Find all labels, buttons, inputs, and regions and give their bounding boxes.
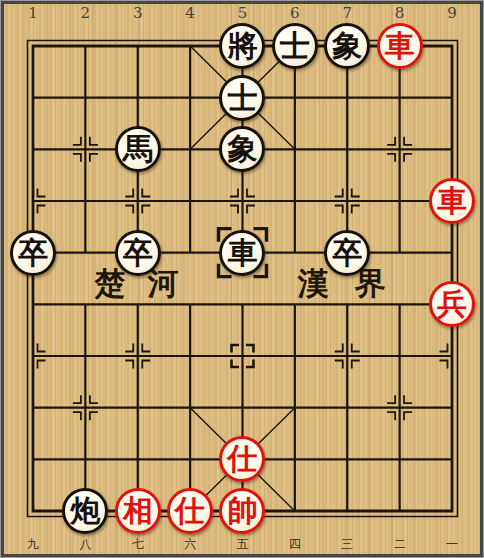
piece-red-elephant[interactable]: 相 — [115, 488, 161, 534]
piece-red-advisor[interactable]: 仕 — [167, 488, 213, 534]
piece-red-advisor[interactable]: 仕 — [219, 436, 265, 482]
file-label-bottom-6: 四 — [269, 536, 321, 553]
file-label-bottom-1: 九 — [7, 536, 59, 553]
piece-black-soldier[interactable]: 卒 — [324, 230, 370, 276]
piece-glyph: 士 — [227, 83, 257, 113]
piece-black-advisor[interactable]: 士 — [272, 23, 318, 69]
piece-glyph: 仕 — [175, 496, 205, 526]
piece-glyph: 將 — [227, 31, 257, 61]
file-label-bottom-7: 三 — [321, 536, 373, 553]
piece-glyph: 卒 — [123, 238, 153, 268]
piece-black-general[interactable]: 將 — [219, 23, 265, 69]
file-label-bottom-5: 五 — [217, 536, 269, 553]
piece-black-soldier[interactable]: 卒 — [10, 230, 56, 276]
piece-glyph: 兵 — [437, 289, 467, 319]
piece-red-chariot[interactable]: 車 — [377, 23, 423, 69]
piece-glyph: 象 — [332, 31, 362, 61]
piece-black-horse[interactable]: 馬 — [115, 126, 161, 172]
file-label-bottom-8: 二 — [374, 536, 426, 553]
piece-red-chariot[interactable]: 車 — [429, 178, 475, 224]
piece-black-advisor[interactable]: 士 — [219, 75, 265, 121]
piece-glyph: 車 — [437, 186, 467, 216]
file-label-bottom-4: 六 — [164, 536, 216, 553]
piece-glyph: 象 — [227, 134, 257, 164]
xiangqi-board-window: 123456789 楚河漢界 九八七六五四三二一 將士象車士馬象車卒卒車卒兵仕炮… — [0, 0, 484, 558]
file-label-bottom-2: 八 — [59, 536, 111, 553]
piece-black-elephant[interactable]: 象 — [219, 126, 265, 172]
piece-black-soldier[interactable]: 卒 — [115, 230, 161, 276]
piece-glyph: 車 — [227, 238, 257, 268]
piece-glyph: 炮 — [70, 496, 100, 526]
piece-glyph: 車 — [385, 31, 415, 61]
piece-glyph: 卒 — [332, 238, 362, 268]
piece-black-elephant[interactable]: 象 — [324, 23, 370, 69]
board-intersections[interactable]: 將士象車士馬象車卒卒車卒兵仕炮相仕帥 — [7, 20, 478, 537]
piece-black-cannon[interactable]: 炮 — [62, 488, 108, 534]
file-label-bottom-3: 七 — [112, 536, 164, 553]
piece-glyph: 帥 — [227, 496, 257, 526]
file-label-bottom-9: 一 — [426, 536, 478, 553]
piece-glyph: 相 — [123, 496, 153, 526]
piece-glyph: 馬 — [123, 134, 153, 164]
piece-red-soldier[interactable]: 兵 — [429, 281, 475, 327]
piece-glyph: 仕 — [227, 444, 257, 474]
piece-red-general[interactable]: 帥 — [219, 488, 265, 534]
piece-glyph: 士 — [280, 31, 310, 61]
piece-black-chariot[interactable]: 車 — [219, 230, 265, 276]
piece-glyph: 卒 — [18, 238, 48, 268]
